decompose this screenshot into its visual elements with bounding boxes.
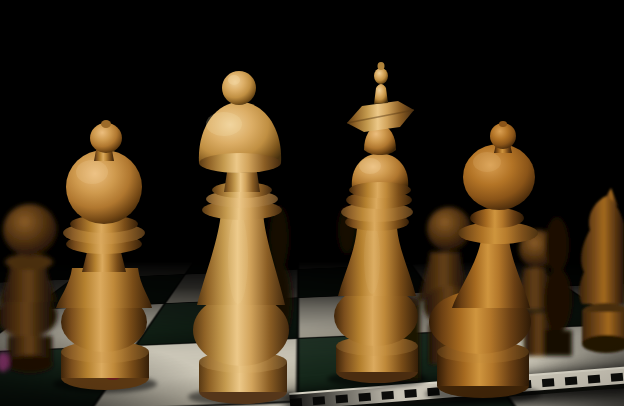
piece-wood-knight-right-edge[interactable] [579, 188, 624, 353]
chess-photo-scene [0, 0, 624, 406]
pieces-layer [0, 0, 624, 406]
piece-wood-pawn-background-left[interactable] [0, 204, 58, 373]
piece-wood-king[interactable] [334, 62, 418, 383]
piece-wood-bishop-left[interactable] [56, 120, 152, 390]
